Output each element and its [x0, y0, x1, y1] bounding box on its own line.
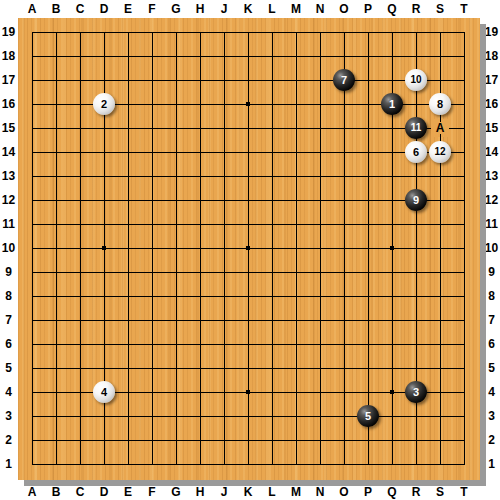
intersection-r16[interactable]	[404, 92, 428, 116]
intersection-p1[interactable]	[356, 452, 380, 476]
intersection-p5[interactable]	[356, 356, 380, 380]
intersection-n19[interactable]	[308, 20, 332, 44]
intersection-t13[interactable]	[452, 164, 476, 188]
intersection-o15[interactable]	[332, 116, 356, 140]
intersection-m15[interactable]	[284, 116, 308, 140]
intersection-r13[interactable]	[404, 164, 428, 188]
intersection-a9[interactable]	[20, 260, 44, 284]
intersection-o5[interactable]	[332, 356, 356, 380]
intersection-p9[interactable]	[356, 260, 380, 284]
intersection-g14[interactable]	[164, 140, 188, 164]
intersection-o13[interactable]	[332, 164, 356, 188]
intersection-l19[interactable]	[260, 20, 284, 44]
intersection-r12[interactable]: 9	[404, 188, 428, 212]
intersection-r17[interactable]: 10	[404, 68, 428, 92]
intersection-o19[interactable]	[332, 20, 356, 44]
intersection-a11[interactable]	[20, 212, 44, 236]
intersection-q16[interactable]: 1	[380, 92, 404, 116]
intersection-a1[interactable]	[20, 452, 44, 476]
intersection-m4[interactable]	[284, 380, 308, 404]
intersection-s18[interactable]	[428, 44, 452, 68]
intersection-q15[interactable]	[380, 116, 404, 140]
intersection-h5[interactable]	[188, 356, 212, 380]
intersection-g2[interactable]	[164, 428, 188, 452]
intersection-o12[interactable]	[332, 188, 356, 212]
intersection-p10[interactable]	[356, 236, 380, 260]
intersection-c4[interactable]	[68, 380, 92, 404]
intersection-s1[interactable]	[428, 452, 452, 476]
intersection-q1[interactable]	[380, 452, 404, 476]
intersection-h13[interactable]	[188, 164, 212, 188]
intersection-n9[interactable]	[308, 260, 332, 284]
intersection-o1[interactable]	[332, 452, 356, 476]
intersection-n4[interactable]	[308, 380, 332, 404]
intersection-s11[interactable]	[428, 212, 452, 236]
intersection-r7[interactable]	[404, 308, 428, 332]
intersection-l18[interactable]	[260, 44, 284, 68]
intersection-g13[interactable]	[164, 164, 188, 188]
intersection-a12[interactable]	[20, 188, 44, 212]
intersection-p18[interactable]	[356, 44, 380, 68]
intersection-l14[interactable]	[260, 140, 284, 164]
intersection-r1[interactable]	[404, 452, 428, 476]
intersection-j17[interactable]	[212, 68, 236, 92]
intersection-n1[interactable]	[308, 452, 332, 476]
intersection-b19[interactable]	[44, 20, 68, 44]
intersection-s15[interactable]: A	[428, 116, 452, 140]
intersection-j13[interactable]	[212, 164, 236, 188]
intersection-l8[interactable]	[260, 284, 284, 308]
intersection-l7[interactable]	[260, 308, 284, 332]
intersection-b11[interactable]	[44, 212, 68, 236]
intersection-b17[interactable]	[44, 68, 68, 92]
intersection-r8[interactable]	[404, 284, 428, 308]
intersection-h11[interactable]	[188, 212, 212, 236]
intersection-b9[interactable]	[44, 260, 68, 284]
intersection-c18[interactable]	[68, 44, 92, 68]
intersection-q9[interactable]	[380, 260, 404, 284]
intersection-c19[interactable]	[68, 20, 92, 44]
intersection-n8[interactable]	[308, 284, 332, 308]
intersection-s3[interactable]	[428, 404, 452, 428]
intersection-c3[interactable]	[68, 404, 92, 428]
intersection-c12[interactable]	[68, 188, 92, 212]
intersection-l9[interactable]	[260, 260, 284, 284]
intersection-s16[interactable]: 8	[428, 92, 452, 116]
intersection-k19[interactable]	[236, 20, 260, 44]
intersection-p7[interactable]	[356, 308, 380, 332]
intersection-s12[interactable]	[428, 188, 452, 212]
intersection-l2[interactable]	[260, 428, 284, 452]
intersection-t9[interactable]	[452, 260, 476, 284]
intersection-b14[interactable]	[44, 140, 68, 164]
intersection-s9[interactable]	[428, 260, 452, 284]
intersection-j16[interactable]	[212, 92, 236, 116]
intersection-c1[interactable]	[68, 452, 92, 476]
intersection-b18[interactable]	[44, 44, 68, 68]
intersection-g16[interactable]	[164, 92, 188, 116]
intersection-n11[interactable]	[308, 212, 332, 236]
intersection-f16[interactable]	[140, 92, 164, 116]
intersection-l17[interactable]	[260, 68, 284, 92]
intersection-e17[interactable]	[116, 68, 140, 92]
intersection-k12[interactable]	[236, 188, 260, 212]
intersection-e6[interactable]	[116, 332, 140, 356]
intersection-o2[interactable]	[332, 428, 356, 452]
intersection-n16[interactable]	[308, 92, 332, 116]
intersection-j18[interactable]	[212, 44, 236, 68]
intersection-a7[interactable]	[20, 308, 44, 332]
intersection-e7[interactable]	[116, 308, 140, 332]
intersection-r15[interactable]: 11	[404, 116, 428, 140]
intersection-h4[interactable]	[188, 380, 212, 404]
intersection-b4[interactable]	[44, 380, 68, 404]
intersection-s17[interactable]	[428, 68, 452, 92]
intersection-d15[interactable]	[92, 116, 116, 140]
intersection-f15[interactable]	[140, 116, 164, 140]
intersection-o3[interactable]	[332, 404, 356, 428]
intersection-l10[interactable]	[260, 236, 284, 260]
intersection-k13[interactable]	[236, 164, 260, 188]
intersection-b7[interactable]	[44, 308, 68, 332]
intersection-m13[interactable]	[284, 164, 308, 188]
intersection-m18[interactable]	[284, 44, 308, 68]
intersection-e11[interactable]	[116, 212, 140, 236]
intersection-h17[interactable]	[188, 68, 212, 92]
intersection-p6[interactable]	[356, 332, 380, 356]
intersection-s19[interactable]	[428, 20, 452, 44]
intersection-l3[interactable]	[260, 404, 284, 428]
intersection-a8[interactable]	[20, 284, 44, 308]
intersection-m14[interactable]	[284, 140, 308, 164]
intersection-q11[interactable]	[380, 212, 404, 236]
intersection-c13[interactable]	[68, 164, 92, 188]
intersection-f10[interactable]	[140, 236, 164, 260]
intersection-d7[interactable]	[92, 308, 116, 332]
intersection-b5[interactable]	[44, 356, 68, 380]
intersection-n14[interactable]	[308, 140, 332, 164]
intersection-k9[interactable]	[236, 260, 260, 284]
intersection-c14[interactable]	[68, 140, 92, 164]
intersection-o18[interactable]	[332, 44, 356, 68]
intersection-o7[interactable]	[332, 308, 356, 332]
intersection-n2[interactable]	[308, 428, 332, 452]
intersection-r19[interactable]	[404, 20, 428, 44]
intersection-a5[interactable]	[20, 356, 44, 380]
intersection-a2[interactable]	[20, 428, 44, 452]
intersection-e1[interactable]	[116, 452, 140, 476]
intersection-o6[interactable]	[332, 332, 356, 356]
intersection-e18[interactable]	[116, 44, 140, 68]
intersection-t5[interactable]	[452, 356, 476, 380]
intersection-s7[interactable]	[428, 308, 452, 332]
intersection-g18[interactable]	[164, 44, 188, 68]
intersection-m2[interactable]	[284, 428, 308, 452]
intersection-j4[interactable]	[212, 380, 236, 404]
intersection-q5[interactable]	[380, 356, 404, 380]
intersection-t18[interactable]	[452, 44, 476, 68]
intersection-t15[interactable]	[452, 116, 476, 140]
intersection-j11[interactable]	[212, 212, 236, 236]
intersection-h1[interactable]	[188, 452, 212, 476]
intersection-e19[interactable]	[116, 20, 140, 44]
intersection-f14[interactable]	[140, 140, 164, 164]
intersection-s5[interactable]	[428, 356, 452, 380]
intersection-o8[interactable]	[332, 284, 356, 308]
intersection-g7[interactable]	[164, 308, 188, 332]
intersection-a3[interactable]	[20, 404, 44, 428]
intersection-n12[interactable]	[308, 188, 332, 212]
intersection-p3[interactable]: 5	[356, 404, 380, 428]
intersection-m9[interactable]	[284, 260, 308, 284]
intersection-d5[interactable]	[92, 356, 116, 380]
intersection-c11[interactable]	[68, 212, 92, 236]
intersection-k15[interactable]	[236, 116, 260, 140]
intersection-j15[interactable]	[212, 116, 236, 140]
intersection-m3[interactable]	[284, 404, 308, 428]
intersection-d12[interactable]	[92, 188, 116, 212]
intersection-k6[interactable]	[236, 332, 260, 356]
intersection-d8[interactable]	[92, 284, 116, 308]
intersection-l11[interactable]	[260, 212, 284, 236]
intersection-k14[interactable]	[236, 140, 260, 164]
intersection-n10[interactable]	[308, 236, 332, 260]
intersection-b3[interactable]	[44, 404, 68, 428]
intersection-d3[interactable]	[92, 404, 116, 428]
intersection-c17[interactable]	[68, 68, 92, 92]
intersection-q6[interactable]	[380, 332, 404, 356]
intersection-a13[interactable]	[20, 164, 44, 188]
intersection-o4[interactable]	[332, 380, 356, 404]
intersection-f12[interactable]	[140, 188, 164, 212]
intersection-s10[interactable]	[428, 236, 452, 260]
intersection-p19[interactable]	[356, 20, 380, 44]
intersection-e8[interactable]	[116, 284, 140, 308]
intersection-p16[interactable]	[356, 92, 380, 116]
intersection-p14[interactable]	[356, 140, 380, 164]
intersection-g1[interactable]	[164, 452, 188, 476]
intersection-t8[interactable]	[452, 284, 476, 308]
intersection-t16[interactable]	[452, 92, 476, 116]
intersection-b6[interactable]	[44, 332, 68, 356]
intersection-a17[interactable]	[20, 68, 44, 92]
intersection-p12[interactable]	[356, 188, 380, 212]
intersection-d11[interactable]	[92, 212, 116, 236]
intersection-k16[interactable]	[236, 92, 260, 116]
intersection-s4[interactable]	[428, 380, 452, 404]
intersection-f4[interactable]	[140, 380, 164, 404]
intersection-m17[interactable]	[284, 68, 308, 92]
intersection-n3[interactable]	[308, 404, 332, 428]
intersection-h19[interactable]	[188, 20, 212, 44]
intersection-j8[interactable]	[212, 284, 236, 308]
intersection-q13[interactable]	[380, 164, 404, 188]
intersection-p17[interactable]	[356, 68, 380, 92]
intersection-j2[interactable]	[212, 428, 236, 452]
intersection-m8[interactable]	[284, 284, 308, 308]
intersection-f6[interactable]	[140, 332, 164, 356]
intersection-b10[interactable]	[44, 236, 68, 260]
intersection-m6[interactable]	[284, 332, 308, 356]
intersection-n5[interactable]	[308, 356, 332, 380]
intersection-f7[interactable]	[140, 308, 164, 332]
intersection-n15[interactable]	[308, 116, 332, 140]
intersection-l13[interactable]	[260, 164, 284, 188]
intersection-t19[interactable]	[452, 20, 476, 44]
intersection-j14[interactable]	[212, 140, 236, 164]
intersection-q18[interactable]	[380, 44, 404, 68]
intersection-k7[interactable]	[236, 308, 260, 332]
intersection-d19[interactable]	[92, 20, 116, 44]
intersection-f19[interactable]	[140, 20, 164, 44]
intersection-n13[interactable]	[308, 164, 332, 188]
intersection-m16[interactable]	[284, 92, 308, 116]
intersection-n6[interactable]	[308, 332, 332, 356]
intersection-r11[interactable]	[404, 212, 428, 236]
intersection-f11[interactable]	[140, 212, 164, 236]
intersection-k8[interactable]	[236, 284, 260, 308]
intersection-b12[interactable]	[44, 188, 68, 212]
intersection-f5[interactable]	[140, 356, 164, 380]
intersection-k1[interactable]	[236, 452, 260, 476]
intersection-q17[interactable]	[380, 68, 404, 92]
intersection-p13[interactable]	[356, 164, 380, 188]
intersection-l12[interactable]	[260, 188, 284, 212]
intersection-h7[interactable]	[188, 308, 212, 332]
intersection-h16[interactable]	[188, 92, 212, 116]
intersection-t2[interactable]	[452, 428, 476, 452]
intersection-q3[interactable]	[380, 404, 404, 428]
intersection-h6[interactable]	[188, 332, 212, 356]
intersection-q14[interactable]	[380, 140, 404, 164]
intersection-d13[interactable]	[92, 164, 116, 188]
intersection-d1[interactable]	[92, 452, 116, 476]
intersection-r9[interactable]	[404, 260, 428, 284]
intersection-g3[interactable]	[164, 404, 188, 428]
intersection-o10[interactable]	[332, 236, 356, 260]
intersection-s2[interactable]	[428, 428, 452, 452]
intersection-t6[interactable]	[452, 332, 476, 356]
intersection-t3[interactable]	[452, 404, 476, 428]
intersection-d10[interactable]	[92, 236, 116, 260]
intersection-h8[interactable]	[188, 284, 212, 308]
intersection-m5[interactable]	[284, 356, 308, 380]
intersection-s6[interactable]	[428, 332, 452, 356]
intersection-t14[interactable]	[452, 140, 476, 164]
intersection-t17[interactable]	[452, 68, 476, 92]
intersection-t10[interactable]	[452, 236, 476, 260]
intersection-e10[interactable]	[116, 236, 140, 260]
intersection-g17[interactable]	[164, 68, 188, 92]
intersection-o14[interactable]	[332, 140, 356, 164]
intersection-o17[interactable]: 7	[332, 68, 356, 92]
intersection-q7[interactable]	[380, 308, 404, 332]
intersection-m19[interactable]	[284, 20, 308, 44]
intersection-a4[interactable]	[20, 380, 44, 404]
intersection-g19[interactable]	[164, 20, 188, 44]
intersection-t7[interactable]	[452, 308, 476, 332]
intersection-k2[interactable]	[236, 428, 260, 452]
intersection-a19[interactable]	[20, 20, 44, 44]
intersection-g12[interactable]	[164, 188, 188, 212]
intersection-p4[interactable]	[356, 380, 380, 404]
intersection-t1[interactable]	[452, 452, 476, 476]
intersection-m12[interactable]	[284, 188, 308, 212]
intersection-c5[interactable]	[68, 356, 92, 380]
intersection-e5[interactable]	[116, 356, 140, 380]
intersection-l4[interactable]	[260, 380, 284, 404]
intersection-d9[interactable]	[92, 260, 116, 284]
intersection-q19[interactable]	[380, 20, 404, 44]
intersection-a6[interactable]	[20, 332, 44, 356]
intersection-g9[interactable]	[164, 260, 188, 284]
intersection-e14[interactable]	[116, 140, 140, 164]
intersection-l1[interactable]	[260, 452, 284, 476]
intersection-j3[interactable]	[212, 404, 236, 428]
intersection-n18[interactable]	[308, 44, 332, 68]
intersection-r2[interactable]	[404, 428, 428, 452]
intersection-b13[interactable]	[44, 164, 68, 188]
intersection-m11[interactable]	[284, 212, 308, 236]
intersection-a16[interactable]	[20, 92, 44, 116]
intersection-h2[interactable]	[188, 428, 212, 452]
intersection-k11[interactable]	[236, 212, 260, 236]
intersection-b16[interactable]	[44, 92, 68, 116]
intersection-f3[interactable]	[140, 404, 164, 428]
intersection-r10[interactable]	[404, 236, 428, 260]
intersection-d17[interactable]	[92, 68, 116, 92]
intersection-j5[interactable]	[212, 356, 236, 380]
intersection-q4[interactable]	[380, 380, 404, 404]
intersection-m10[interactable]	[284, 236, 308, 260]
intersection-r18[interactable]	[404, 44, 428, 68]
intersection-n7[interactable]	[308, 308, 332, 332]
intersection-f1[interactable]	[140, 452, 164, 476]
intersection-e15[interactable]	[116, 116, 140, 140]
intersection-f13[interactable]	[140, 164, 164, 188]
intersection-s14[interactable]: 12	[428, 140, 452, 164]
intersection-q12[interactable]	[380, 188, 404, 212]
intersection-h12[interactable]	[188, 188, 212, 212]
intersection-f2[interactable]	[140, 428, 164, 452]
intersection-c15[interactable]	[68, 116, 92, 140]
intersection-f18[interactable]	[140, 44, 164, 68]
intersection-t4[interactable]	[452, 380, 476, 404]
intersection-l16[interactable]	[260, 92, 284, 116]
intersection-h14[interactable]	[188, 140, 212, 164]
intersection-j7[interactable]	[212, 308, 236, 332]
intersection-h10[interactable]	[188, 236, 212, 260]
intersection-r3[interactable]	[404, 404, 428, 428]
intersection-c7[interactable]	[68, 308, 92, 332]
intersection-q2[interactable]	[380, 428, 404, 452]
intersection-c9[interactable]	[68, 260, 92, 284]
intersection-g5[interactable]	[164, 356, 188, 380]
intersection-c10[interactable]	[68, 236, 92, 260]
intersection-q8[interactable]	[380, 284, 404, 308]
intersection-h3[interactable]	[188, 404, 212, 428]
intersection-g15[interactable]	[164, 116, 188, 140]
intersection-d4[interactable]: 4	[92, 380, 116, 404]
intersection-g4[interactable]	[164, 380, 188, 404]
intersection-o11[interactable]	[332, 212, 356, 236]
intersection-r4[interactable]: 3	[404, 380, 428, 404]
intersection-k4[interactable]	[236, 380, 260, 404]
intersection-k10[interactable]	[236, 236, 260, 260]
intersection-g11[interactable]	[164, 212, 188, 236]
intersection-b15[interactable]	[44, 116, 68, 140]
intersection-e4[interactable]	[116, 380, 140, 404]
